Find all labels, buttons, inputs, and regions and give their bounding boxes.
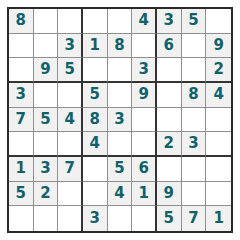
- cell-r3c2[interactable]: 9: [34, 58, 59, 83]
- cell-r6c6[interactable]: [132, 132, 157, 157]
- cell-r9c4[interactable]: 3: [83, 206, 108, 231]
- cell-r1c3[interactable]: [58, 9, 83, 34]
- cell-r7c6[interactable]: 6: [132, 157, 157, 182]
- cell-r6c9[interactable]: [206, 132, 231, 157]
- cell-r9c8[interactable]: 7: [182, 206, 207, 231]
- cell-r7c9[interactable]: [206, 157, 231, 182]
- cell-r1c8[interactable]: 5: [182, 9, 207, 34]
- cell-r2c4[interactable]: 1: [83, 34, 108, 59]
- cell-r2c5[interactable]: 8: [108, 34, 133, 59]
- cell-r2c1[interactable]: [9, 34, 34, 59]
- cell-r3c6[interactable]: 3: [132, 58, 157, 83]
- cell-r3c7[interactable]: [157, 58, 182, 83]
- cell-r3c8[interactable]: [182, 58, 207, 83]
- cell-r1c2[interactable]: [34, 9, 59, 34]
- cell-r7c5[interactable]: 5: [108, 157, 133, 182]
- cell-r7c2[interactable]: 3: [34, 157, 59, 182]
- cell-r4c7[interactable]: [157, 83, 182, 108]
- cell-r9c2[interactable]: [34, 206, 59, 231]
- cell-r3c1[interactable]: [9, 58, 34, 83]
- cell-r1c6[interactable]: 4: [132, 9, 157, 34]
- cell-r5c1[interactable]: 7: [9, 108, 34, 133]
- cell-r9c6[interactable]: [132, 206, 157, 231]
- cell-r6c8[interactable]: 3: [182, 132, 207, 157]
- cell-r2c2[interactable]: [34, 34, 59, 59]
- cell-r9c3[interactable]: [58, 206, 83, 231]
- cell-r8c7[interactable]: 9: [157, 182, 182, 207]
- cell-r2c7[interactable]: 6: [157, 34, 182, 59]
- cell-r1c4[interactable]: [83, 9, 108, 34]
- cell-r5c8[interactable]: [182, 108, 207, 133]
- cell-r4c6[interactable]: 9: [132, 83, 157, 108]
- cell-r9c7[interactable]: 5: [157, 206, 182, 231]
- cell-r8c3[interactable]: [58, 182, 83, 207]
- cell-r4c3[interactable]: [58, 83, 83, 108]
- cell-r8c6[interactable]: 1: [132, 182, 157, 207]
- cell-r5c6[interactable]: [132, 108, 157, 133]
- cell-r1c9[interactable]: [206, 9, 231, 34]
- cell-r2c9[interactable]: 9: [206, 34, 231, 59]
- cell-r8c1[interactable]: 5: [9, 182, 34, 207]
- cell-r9c1[interactable]: [9, 206, 34, 231]
- cell-r5c9[interactable]: [206, 108, 231, 133]
- cell-r2c3[interactable]: 3: [58, 34, 83, 59]
- cell-r1c5[interactable]: [108, 9, 133, 34]
- cell-r5c7[interactable]: [157, 108, 182, 133]
- cell-r7c3[interactable]: 7: [58, 157, 83, 182]
- cell-r2c6[interactable]: [132, 34, 157, 59]
- cell-r5c4[interactable]: 8: [83, 108, 108, 133]
- cell-r4c9[interactable]: 4: [206, 83, 231, 108]
- cell-r4c4[interactable]: 5: [83, 83, 108, 108]
- cell-r4c8[interactable]: 8: [182, 83, 207, 108]
- sudoku-board: 8435318699532359847548342313756524193571: [7, 7, 233, 233]
- cell-r3c3[interactable]: 5: [58, 58, 83, 83]
- cell-r3c9[interactable]: 2: [206, 58, 231, 83]
- cell-r9c9[interactable]: 1: [206, 206, 231, 231]
- cell-r6c4[interactable]: 4: [83, 132, 108, 157]
- cell-r4c5[interactable]: [108, 83, 133, 108]
- cell-r8c9[interactable]: [206, 182, 231, 207]
- cell-r6c1[interactable]: [9, 132, 34, 157]
- page: 8435318699532359847548342313756524193571: [0, 0, 240, 240]
- cell-r4c2[interactable]: [34, 83, 59, 108]
- cell-r5c3[interactable]: 4: [58, 108, 83, 133]
- cell-r8c2[interactable]: 2: [34, 182, 59, 207]
- cell-r7c7[interactable]: [157, 157, 182, 182]
- cell-r8c5[interactable]: 4: [108, 182, 133, 207]
- cell-r9c5[interactable]: [108, 206, 133, 231]
- cell-r6c2[interactable]: [34, 132, 59, 157]
- cell-r1c1[interactable]: 8: [9, 9, 34, 34]
- cell-r7c4[interactable]: [83, 157, 108, 182]
- cell-r8c4[interactable]: [83, 182, 108, 207]
- cell-r6c5[interactable]: [108, 132, 133, 157]
- cell-r8c8[interactable]: [182, 182, 207, 207]
- cell-r4c1[interactable]: 3: [9, 83, 34, 108]
- cell-r5c5[interactable]: 3: [108, 108, 133, 133]
- cell-r2c8[interactable]: [182, 34, 207, 59]
- cell-r3c5[interactable]: [108, 58, 133, 83]
- cell-r5c2[interactable]: 5: [34, 108, 59, 133]
- cell-r7c1[interactable]: 1: [9, 157, 34, 182]
- cell-r7c8[interactable]: [182, 157, 207, 182]
- cell-r6c3[interactable]: [58, 132, 83, 157]
- cell-r6c7[interactable]: 2: [157, 132, 182, 157]
- cell-r1c7[interactable]: 3: [157, 9, 182, 34]
- cell-r3c4[interactable]: [83, 58, 108, 83]
